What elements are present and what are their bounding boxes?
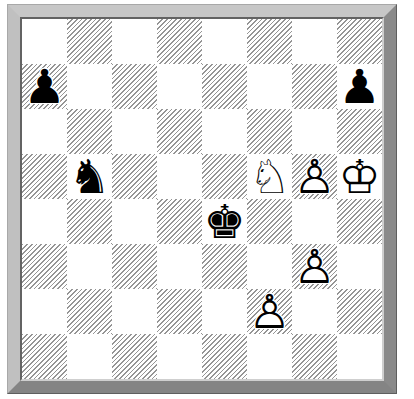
- chess-diagram: ♟♟♞♞♘♟♙♚♔♚♟♙♟♙: [7, 4, 397, 394]
- square-a4[interactable]: [22, 199, 67, 244]
- white-pawn-glyph: ♙: [292, 244, 337, 289]
- square-h3[interactable]: [337, 244, 382, 289]
- square-c3[interactable]: [112, 244, 157, 289]
- square-c7[interactable]: [112, 64, 157, 109]
- square-d3[interactable]: [157, 244, 202, 289]
- square-e7[interactable]: [202, 64, 247, 109]
- white-king-h5[interactable]: ♚♔: [337, 154, 382, 199]
- square-g3[interactable]: ♟♙: [292, 244, 337, 289]
- white-pawn-g5[interactable]: ♟♙: [292, 154, 337, 199]
- black-king-glyph: ♚: [202, 199, 247, 244]
- square-g8[interactable]: [292, 19, 337, 64]
- square-a8[interactable]: [22, 19, 67, 64]
- black-king-e4[interactable]: ♚: [202, 199, 247, 244]
- black-knight-b5[interactable]: ♞: [67, 154, 112, 199]
- square-f4[interactable]: [247, 199, 292, 244]
- square-h8[interactable]: [337, 19, 382, 64]
- square-b2[interactable]: [67, 289, 112, 334]
- square-a7[interactable]: ♟: [22, 64, 67, 109]
- square-f7[interactable]: [247, 64, 292, 109]
- square-d7[interactable]: [157, 64, 202, 109]
- square-d2[interactable]: [157, 289, 202, 334]
- square-d4[interactable]: [157, 199, 202, 244]
- square-b1[interactable]: [67, 334, 112, 379]
- white-pawn-glyph: ♙: [247, 289, 292, 334]
- square-e3[interactable]: [202, 244, 247, 289]
- square-a1[interactable]: [22, 334, 67, 379]
- square-h6[interactable]: [337, 109, 382, 154]
- square-g2[interactable]: [292, 289, 337, 334]
- white-pawn-glyph: ♙: [292, 154, 337, 199]
- square-b4[interactable]: [67, 199, 112, 244]
- black-pawn-glyph: ♟: [337, 64, 382, 109]
- square-d6[interactable]: [157, 109, 202, 154]
- square-a6[interactable]: [22, 109, 67, 154]
- square-g1[interactable]: [292, 334, 337, 379]
- square-c2[interactable]: [112, 289, 157, 334]
- square-g7[interactable]: [292, 64, 337, 109]
- square-b7[interactable]: [67, 64, 112, 109]
- board-frame-inner-edge: ♟♟♞♞♘♟♙♚♔♚♟♙♟♙: [20, 17, 384, 381]
- square-e2[interactable]: [202, 289, 247, 334]
- square-b3[interactable]: [67, 244, 112, 289]
- square-e8[interactable]: [202, 19, 247, 64]
- square-c1[interactable]: [112, 334, 157, 379]
- white-pawn-f2[interactable]: ♟♙: [247, 289, 292, 334]
- square-f3[interactable]: [247, 244, 292, 289]
- square-f6[interactable]: [247, 109, 292, 154]
- square-f8[interactable]: [247, 19, 292, 64]
- square-e4[interactable]: ♚: [202, 199, 247, 244]
- square-c5[interactable]: [112, 154, 157, 199]
- square-e6[interactable]: [202, 109, 247, 154]
- square-g5[interactable]: ♟♙: [292, 154, 337, 199]
- board-frame: ♟♟♞♞♘♟♙♚♔♚♟♙♟♙: [7, 4, 397, 394]
- square-f1[interactable]: [247, 334, 292, 379]
- black-knight-glyph: ♞: [67, 154, 112, 199]
- square-h1[interactable]: [337, 334, 382, 379]
- square-e1[interactable]: [202, 334, 247, 379]
- square-h2[interactable]: [337, 289, 382, 334]
- black-pawn-a7[interactable]: ♟: [22, 64, 67, 109]
- square-d1[interactable]: [157, 334, 202, 379]
- square-c4[interactable]: [112, 199, 157, 244]
- square-a3[interactable]: [22, 244, 67, 289]
- square-g4[interactable]: [292, 199, 337, 244]
- square-g6[interactable]: [292, 109, 337, 154]
- square-b5[interactable]: ♞: [67, 154, 112, 199]
- square-a2[interactable]: [22, 289, 67, 334]
- white-king-glyph: ♔: [337, 154, 382, 199]
- square-h4[interactable]: [337, 199, 382, 244]
- square-b8[interactable]: [67, 19, 112, 64]
- black-pawn-h7[interactable]: ♟: [337, 64, 382, 109]
- square-f5[interactable]: ♞♘: [247, 154, 292, 199]
- square-b6[interactable]: [67, 109, 112, 154]
- square-f2[interactable]: ♟♙: [247, 289, 292, 334]
- square-c8[interactable]: [112, 19, 157, 64]
- square-c6[interactable]: [112, 109, 157, 154]
- white-pawn-g3[interactable]: ♟♙: [292, 244, 337, 289]
- white-knight-f5[interactable]: ♞♘: [247, 154, 292, 199]
- chess-board: ♟♟♞♞♘♟♙♚♔♚♟♙♟♙: [22, 19, 382, 379]
- square-e5[interactable]: [202, 154, 247, 199]
- square-h7[interactable]: ♟: [337, 64, 382, 109]
- board-frame-bevel: ♟♟♞♞♘♟♙♚♔♚♟♙♟♙: [8, 5, 396, 393]
- square-d8[interactable]: [157, 19, 202, 64]
- white-knight-glyph: ♘: [247, 154, 292, 199]
- square-d5[interactable]: [157, 154, 202, 199]
- black-pawn-glyph: ♟: [22, 64, 67, 109]
- square-h5[interactable]: ♚♔: [337, 154, 382, 199]
- square-a5[interactable]: [22, 154, 67, 199]
